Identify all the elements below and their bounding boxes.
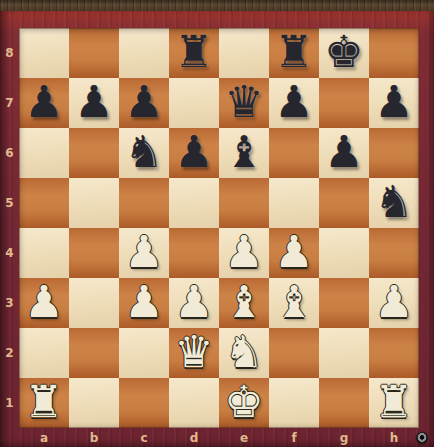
black-pawn-f7[interactable]: ♟ [274, 80, 313, 124]
square-c8[interactable] [119, 28, 169, 78]
top-wood-strip [0, 0, 434, 11]
square-a8[interactable] [19, 28, 69, 78]
rank-label-7: 7 [0, 78, 19, 128]
white-pawn-c4[interactable]: ♟ [124, 230, 163, 274]
rank-label-1: 1 [0, 378, 19, 428]
square-e1[interactable]: ♚ [219, 378, 269, 428]
square-b5[interactable] [69, 178, 119, 228]
file-label-f: f [269, 428, 319, 447]
square-g1[interactable] [319, 378, 369, 428]
square-a5[interactable] [19, 178, 69, 228]
square-d1[interactable] [169, 378, 219, 428]
square-c7[interactable]: ♟ [119, 78, 169, 128]
square-e8[interactable] [219, 28, 269, 78]
white-bishop-f3[interactable]: ♝ [274, 280, 313, 324]
white-pawn-f4[interactable]: ♟ [274, 230, 313, 274]
file-label-h: h [369, 428, 419, 447]
square-e6[interactable]: ♝ [219, 128, 269, 178]
file-label-g: g [319, 428, 369, 447]
black-pawn-c7[interactable]: ♟ [124, 80, 163, 124]
square-a3[interactable]: ♟ [19, 278, 69, 328]
square-d5[interactable] [169, 178, 219, 228]
square-c5[interactable] [119, 178, 169, 228]
rank-label-6: 6 [0, 128, 19, 178]
board: ♜♜♚♟♟♟♛♟♟♞♟♝♟♞♟♟♟♟♟♟♝♝♟♛♞♜♚♜ [19, 28, 419, 428]
square-a2[interactable] [19, 328, 69, 378]
square-d8[interactable]: ♜ [169, 28, 219, 78]
rank-label-3: 3 [0, 278, 19, 328]
rank-label-5: 5 [0, 178, 19, 228]
white-pawn-d3[interactable]: ♟ [174, 280, 213, 324]
rank-label-4: 4 [0, 228, 19, 278]
white-knight-e2[interactable]: ♞ [224, 330, 263, 374]
square-c6[interactable]: ♞ [119, 128, 169, 178]
square-h2[interactable] [369, 328, 419, 378]
black-knight-c6[interactable]: ♞ [124, 130, 163, 174]
square-a4[interactable] [19, 228, 69, 278]
white-pawn-e4[interactable]: ♟ [224, 230, 263, 274]
square-b7[interactable]: ♟ [69, 78, 119, 128]
square-f7[interactable]: ♟ [269, 78, 319, 128]
square-a1[interactable]: ♜ [19, 378, 69, 428]
square-d6[interactable]: ♟ [169, 128, 219, 178]
square-h8[interactable] [369, 28, 419, 78]
square-g2[interactable] [319, 328, 369, 378]
rank-label-2: 2 [0, 328, 19, 378]
white-pawn-h3[interactable]: ♟ [374, 280, 413, 324]
white-rook-h1[interactable]: ♜ [374, 380, 413, 424]
white-bishop-e3[interactable]: ♝ [224, 280, 263, 324]
square-d4[interactable] [169, 228, 219, 278]
file-label-a: a [19, 428, 69, 447]
square-b6[interactable] [69, 128, 119, 178]
square-c3[interactable]: ♟ [119, 278, 169, 328]
square-c4[interactable]: ♟ [119, 228, 169, 278]
square-c2[interactable] [119, 328, 169, 378]
file-label-d: d [169, 428, 219, 447]
square-e7[interactable]: ♛ [219, 78, 269, 128]
square-f1[interactable] [269, 378, 319, 428]
white-rook-a1[interactable]: ♜ [24, 380, 63, 424]
square-e4[interactable]: ♟ [219, 228, 269, 278]
square-e2[interactable]: ♞ [219, 328, 269, 378]
black-pawn-g6[interactable]: ♟ [324, 130, 363, 174]
square-g4[interactable] [319, 228, 369, 278]
square-g6[interactable]: ♟ [319, 128, 369, 178]
chessboard-widget: ♜♜♚♟♟♟♛♟♟♞♟♝♟♞♟♟♟♟♟♟♝♝♟♛♞♜♚♜ 87654321 ab… [0, 0, 434, 447]
square-a7[interactable]: ♟ [19, 78, 69, 128]
square-h7[interactable]: ♟ [369, 78, 419, 128]
square-f2[interactable] [269, 328, 319, 378]
white-king-e1[interactable]: ♚ [224, 380, 263, 424]
white-pawn-a3[interactable]: ♟ [24, 280, 63, 324]
square-h1[interactable]: ♜ [369, 378, 419, 428]
file-label-e: e [219, 428, 269, 447]
square-d3[interactable]: ♟ [169, 278, 219, 328]
square-b1[interactable] [69, 378, 119, 428]
corner-control-button[interactable] [416, 432, 428, 444]
square-f3[interactable]: ♝ [269, 278, 319, 328]
square-b2[interactable] [69, 328, 119, 378]
square-g8[interactable]: ♚ [319, 28, 369, 78]
square-g7[interactable] [319, 78, 369, 128]
white-pawn-c3[interactable]: ♟ [124, 280, 163, 324]
square-h6[interactable] [369, 128, 419, 178]
square-e3[interactable]: ♝ [219, 278, 269, 328]
file-label-c: c [119, 428, 169, 447]
square-f5[interactable] [269, 178, 319, 228]
black-pawn-d6[interactable]: ♟ [174, 130, 213, 174]
black-knight-h5[interactable]: ♞ [374, 180, 413, 224]
white-queen-d2[interactable]: ♛ [174, 330, 213, 374]
square-g3[interactable] [319, 278, 369, 328]
square-b3[interactable] [69, 278, 119, 328]
black-queen-e7[interactable]: ♛ [224, 80, 263, 124]
black-pawn-h7[interactable]: ♟ [374, 80, 413, 124]
rank-labels: 87654321 [0, 28, 19, 428]
square-b8[interactable] [69, 28, 119, 78]
square-h3[interactable]: ♟ [369, 278, 419, 328]
black-pawn-a7[interactable]: ♟ [24, 80, 63, 124]
square-e5[interactable] [219, 178, 269, 228]
square-c1[interactable] [119, 378, 169, 428]
square-f6[interactable] [269, 128, 319, 178]
file-labels: abcdefgh [19, 428, 419, 447]
square-f4[interactable]: ♟ [269, 228, 319, 278]
square-d2[interactable]: ♛ [169, 328, 219, 378]
file-label-b: b [69, 428, 119, 447]
square-f8[interactable]: ♜ [269, 28, 319, 78]
square-a6[interactable] [19, 128, 69, 178]
black-king-g8[interactable]: ♚ [324, 30, 363, 74]
black-rook-f8[interactable]: ♜ [274, 30, 313, 74]
black-pawn-b7[interactable]: ♟ [74, 80, 113, 124]
black-rook-d8[interactable]: ♜ [174, 30, 213, 74]
square-g5[interactable] [319, 178, 369, 228]
square-b4[interactable] [69, 228, 119, 278]
square-h4[interactable] [369, 228, 419, 278]
rank-label-8: 8 [0, 28, 19, 78]
square-d7[interactable] [169, 78, 219, 128]
black-bishop-e6[interactable]: ♝ [224, 130, 263, 174]
square-h5[interactable]: ♞ [369, 178, 419, 228]
